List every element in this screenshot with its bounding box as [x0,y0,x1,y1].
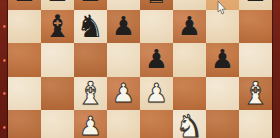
piece-white-knight-f3[interactable]: ♞ [176,110,204,138]
piece-white-bishop-h4[interactable]: ♝ [242,77,270,111]
square-e7[interactable]: ♛ [140,0,173,10]
frame-nail-dot [3,126,6,129]
square-e4[interactable]: ♟ [140,77,173,111]
square-a5[interactable] [8,43,41,77]
square-a3[interactable] [8,110,41,138]
square-c5[interactable] [74,43,107,77]
board-frame-left-rail [0,0,8,138]
piece-black-bishop-b6[interactable]: ♝ [44,10,72,44]
square-g3[interactable] [206,110,239,138]
square-e6[interactable] [140,10,173,44]
square-c4[interactable]: ♝ [74,77,107,111]
square-e3[interactable] [140,110,173,138]
square-a7[interactable]: ♟ [8,0,41,10]
piece-black-pawn-g5[interactable]: ♟ [211,43,234,77]
square-f3[interactable]: ♞ [173,110,206,138]
square-f6[interactable]: ♟ [173,10,206,44]
piece-black-pawn-e5[interactable]: ♟ [145,43,168,77]
square-d4[interactable]: ♟ [107,77,140,111]
piece-black-knight-c6[interactable]: ♞ [77,10,105,44]
square-h7[interactable]: ♟ [239,0,272,10]
piece-black-queen-e7[interactable]: ♛ [143,0,171,10]
square-d7[interactable] [107,0,140,10]
frame-nail-dot [3,92,6,95]
square-f4[interactable] [173,77,206,111]
square-a6[interactable] [8,10,41,44]
square-g4[interactable] [206,77,239,111]
square-f7[interactable] [173,0,206,10]
piece-black-pawn-h7[interactable]: ♟ [244,0,267,10]
square-b5[interactable] [41,43,74,77]
frame-nail-dot [3,59,6,62]
square-a4[interactable] [8,77,41,111]
square-f5[interactable] [173,43,206,77]
chess-board-screenshot: ♟♟♟♛♟♝♞♟♟♟♟♝♟♟♝♟♞ [0,0,280,138]
piece-white-pawn-c3[interactable]: ♟ [79,110,102,138]
square-h6[interactable] [239,10,272,44]
piece-black-pawn-a7[interactable]: ♟ [13,0,36,10]
chess-board[interactable]: ♟♟♟♛♟♝♞♟♟♟♟♝♟♟♝♟♞ [8,0,272,138]
piece-white-pawn-e4[interactable]: ♟ [145,77,168,111]
square-h4[interactable]: ♝ [239,77,272,111]
square-c6[interactable]: ♞ [74,10,107,44]
piece-black-pawn-f6[interactable]: ♟ [178,10,201,44]
piece-white-pawn-d4[interactable]: ♟ [112,77,135,111]
square-g5[interactable]: ♟ [206,43,239,77]
board-frame-right-rail [272,0,280,138]
frame-nail-dot [3,25,6,28]
square-d5[interactable] [107,43,140,77]
square-b6[interactable]: ♝ [41,10,74,44]
piece-white-bishop-c4[interactable]: ♝ [77,77,105,111]
square-e5[interactable]: ♟ [140,43,173,77]
square-h5[interactable] [239,43,272,77]
square-b4[interactable] [41,77,74,111]
square-h3[interactable] [239,110,272,138]
square-c3[interactable]: ♟ [74,110,107,138]
piece-black-pawn-d6[interactable]: ♟ [112,10,135,44]
square-d6[interactable]: ♟ [107,10,140,44]
square-b3[interactable] [41,110,74,138]
square-d3[interactable] [107,110,140,138]
mouse-cursor-icon [217,1,228,15]
